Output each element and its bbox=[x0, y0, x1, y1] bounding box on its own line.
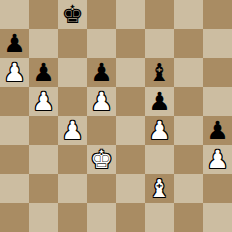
square-d3[interactable]: ♚ bbox=[87, 145, 116, 174]
piece-white-pawn[interactable]: ♟ bbox=[61, 116, 83, 145]
square-g4[interactable] bbox=[174, 116, 203, 145]
square-h2[interactable] bbox=[203, 174, 232, 203]
square-d8[interactable] bbox=[87, 0, 116, 29]
square-d2[interactable] bbox=[87, 174, 116, 203]
square-a5[interactable] bbox=[0, 87, 29, 116]
piece-white-king[interactable]: ♚ bbox=[90, 145, 112, 174]
square-d1[interactable] bbox=[87, 203, 116, 232]
square-e1[interactable] bbox=[116, 203, 145, 232]
square-g1[interactable] bbox=[174, 203, 203, 232]
square-e5[interactable] bbox=[116, 87, 145, 116]
square-f5[interactable]: ♟ bbox=[145, 87, 174, 116]
square-e7[interactable] bbox=[116, 29, 145, 58]
square-c3[interactable] bbox=[58, 145, 87, 174]
square-h6[interactable] bbox=[203, 58, 232, 87]
square-b4[interactable] bbox=[29, 116, 58, 145]
piece-white-pawn[interactable]: ♟ bbox=[90, 87, 112, 116]
chess-board: ♚♟♟♟♟♝♟♟♟♟♟♟♚♟♝ bbox=[0, 0, 232, 232]
square-b5[interactable]: ♟ bbox=[29, 87, 58, 116]
piece-black-pawn[interactable]: ♟ bbox=[32, 58, 54, 87]
square-a6[interactable]: ♟ bbox=[0, 58, 29, 87]
square-f1[interactable] bbox=[145, 203, 174, 232]
square-h4[interactable]: ♟ bbox=[203, 116, 232, 145]
square-e3[interactable] bbox=[116, 145, 145, 174]
square-c2[interactable] bbox=[58, 174, 87, 203]
piece-white-pawn[interactable]: ♟ bbox=[148, 116, 170, 145]
square-g8[interactable] bbox=[174, 0, 203, 29]
square-f3[interactable] bbox=[145, 145, 174, 174]
square-f4[interactable]: ♟ bbox=[145, 116, 174, 145]
square-c5[interactable] bbox=[58, 87, 87, 116]
square-c8[interactable]: ♚ bbox=[58, 0, 87, 29]
square-b2[interactable] bbox=[29, 174, 58, 203]
square-e6[interactable] bbox=[116, 58, 145, 87]
square-f8[interactable] bbox=[145, 0, 174, 29]
square-g2[interactable] bbox=[174, 174, 203, 203]
square-c1[interactable] bbox=[58, 203, 87, 232]
square-e4[interactable] bbox=[116, 116, 145, 145]
square-f2[interactable]: ♝ bbox=[145, 174, 174, 203]
piece-black-pawn[interactable]: ♟ bbox=[90, 58, 112, 87]
square-d7[interactable] bbox=[87, 29, 116, 58]
piece-black-pawn[interactable]: ♟ bbox=[3, 29, 25, 58]
square-g3[interactable] bbox=[174, 145, 203, 174]
square-a2[interactable] bbox=[0, 174, 29, 203]
piece-black-pawn[interactable]: ♟ bbox=[206, 116, 228, 145]
piece-white-pawn[interactable]: ♟ bbox=[3, 58, 25, 87]
square-d4[interactable] bbox=[87, 116, 116, 145]
square-e8[interactable] bbox=[116, 0, 145, 29]
square-b8[interactable] bbox=[29, 0, 58, 29]
square-b3[interactable] bbox=[29, 145, 58, 174]
square-d6[interactable]: ♟ bbox=[87, 58, 116, 87]
piece-white-bishop[interactable]: ♝ bbox=[148, 174, 170, 203]
piece-white-pawn[interactable]: ♟ bbox=[32, 87, 54, 116]
square-h1[interactable] bbox=[203, 203, 232, 232]
square-h7[interactable] bbox=[203, 29, 232, 58]
square-g7[interactable] bbox=[174, 29, 203, 58]
piece-black-bishop[interactable]: ♝ bbox=[148, 58, 170, 87]
square-b1[interactable] bbox=[29, 203, 58, 232]
piece-black-pawn[interactable]: ♟ bbox=[148, 87, 170, 116]
square-c6[interactable] bbox=[58, 58, 87, 87]
piece-white-pawn[interactable]: ♟ bbox=[206, 145, 228, 174]
square-g6[interactable] bbox=[174, 58, 203, 87]
square-b7[interactable] bbox=[29, 29, 58, 58]
square-d5[interactable]: ♟ bbox=[87, 87, 116, 116]
square-a4[interactable] bbox=[0, 116, 29, 145]
square-e2[interactable] bbox=[116, 174, 145, 203]
square-h5[interactable] bbox=[203, 87, 232, 116]
square-c4[interactable]: ♟ bbox=[58, 116, 87, 145]
square-f7[interactable] bbox=[145, 29, 174, 58]
square-a1[interactable] bbox=[0, 203, 29, 232]
square-g5[interactable] bbox=[174, 87, 203, 116]
square-h8[interactable] bbox=[203, 0, 232, 29]
piece-black-king[interactable]: ♚ bbox=[61, 0, 83, 29]
square-b6[interactable]: ♟ bbox=[29, 58, 58, 87]
square-f6[interactable]: ♝ bbox=[145, 58, 174, 87]
square-a7[interactable]: ♟ bbox=[0, 29, 29, 58]
square-h3[interactable]: ♟ bbox=[203, 145, 232, 174]
square-a8[interactable] bbox=[0, 0, 29, 29]
square-a3[interactable] bbox=[0, 145, 29, 174]
square-c7[interactable] bbox=[58, 29, 87, 58]
